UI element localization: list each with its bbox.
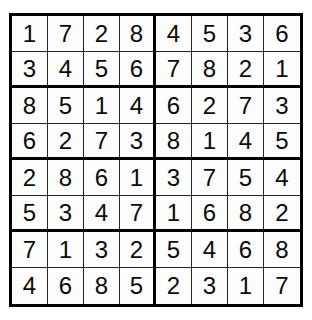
cell-r5c2[interactable]: 8 [48, 160, 84, 196]
cell-r1c4[interactable]: 8 [120, 16, 156, 52]
cell-r3c1[interactable]: 8 [12, 88, 48, 124]
cell-r2c2[interactable]: 4 [48, 52, 84, 88]
cell-r5c6[interactable]: 7 [192, 160, 228, 196]
cell-r4c5[interactable]: 8 [156, 124, 192, 160]
cell-r3c8[interactable]: 3 [264, 88, 300, 124]
cell-r4c3[interactable]: 7 [84, 124, 120, 160]
cell-r6c3[interactable]: 4 [84, 196, 120, 232]
cell-r6c5[interactable]: 1 [156, 196, 192, 232]
cell-r8c7[interactable]: 1 [228, 268, 264, 304]
cell-r8c8[interactable]: 7 [264, 268, 300, 304]
cell-r1c1[interactable]: 1 [12, 16, 48, 52]
cell-r3c5[interactable]: 6 [156, 88, 192, 124]
cell-r6c4[interactable]: 7 [120, 196, 156, 232]
cell-r2c3[interactable]: 5 [84, 52, 120, 88]
cell-r8c4[interactable]: 5 [120, 268, 156, 304]
cell-r1c6[interactable]: 5 [192, 16, 228, 52]
cell-r2c7[interactable]: 2 [228, 52, 264, 88]
cell-r3c7[interactable]: 7 [228, 88, 264, 124]
cell-r1c8[interactable]: 6 [264, 16, 300, 52]
cell-r4c7[interactable]: 4 [228, 124, 264, 160]
cell-r8c5[interactable]: 2 [156, 268, 192, 304]
cell-r7c8[interactable]: 8 [264, 232, 300, 268]
cell-r6c6[interactable]: 6 [192, 196, 228, 232]
cell-r4c6[interactable]: 1 [192, 124, 228, 160]
cell-r2c6[interactable]: 8 [192, 52, 228, 88]
cell-r3c3[interactable]: 1 [84, 88, 120, 124]
cell-r6c2[interactable]: 3 [48, 196, 84, 232]
cell-r7c2[interactable]: 1 [48, 232, 84, 268]
cell-r8c2[interactable]: 6 [48, 268, 84, 304]
page: 1728453634567821851462736273814528613754… [0, 0, 312, 320]
cell-r5c1[interactable]: 2 [12, 160, 48, 196]
cell-r3c4[interactable]: 4 [120, 88, 156, 124]
cell-r2c5[interactable]: 7 [156, 52, 192, 88]
cell-r1c3[interactable]: 2 [84, 16, 120, 52]
cell-r5c7[interactable]: 5 [228, 160, 264, 196]
cell-r8c3[interactable]: 8 [84, 268, 120, 304]
cell-r7c1[interactable]: 7 [12, 232, 48, 268]
cell-r6c1[interactable]: 5 [12, 196, 48, 232]
cell-r5c4[interactable]: 1 [120, 160, 156, 196]
cell-r2c8[interactable]: 1 [264, 52, 300, 88]
cell-r5c3[interactable]: 6 [84, 160, 120, 196]
cell-r7c6[interactable]: 4 [192, 232, 228, 268]
cell-r7c7[interactable]: 6 [228, 232, 264, 268]
cell-r2c1[interactable]: 3 [12, 52, 48, 88]
cell-r8c1[interactable]: 4 [12, 268, 48, 304]
cell-r1c2[interactable]: 7 [48, 16, 84, 52]
cell-r5c8[interactable]: 4 [264, 160, 300, 196]
cell-r1c5[interactable]: 4 [156, 16, 192, 52]
cell-r2c4[interactable]: 6 [120, 52, 156, 88]
cell-r6c8[interactable]: 2 [264, 196, 300, 232]
cell-r3c2[interactable]: 5 [48, 88, 84, 124]
sudoku-board: 1728453634567821851462736273814528613754… [9, 13, 303, 307]
cell-r7c5[interactable]: 5 [156, 232, 192, 268]
cell-r4c8[interactable]: 5 [264, 124, 300, 160]
cell-r1c7[interactable]: 3 [228, 16, 264, 52]
cell-r4c2[interactable]: 2 [48, 124, 84, 160]
cell-r3c6[interactable]: 2 [192, 88, 228, 124]
cell-r6c7[interactable]: 8 [228, 196, 264, 232]
cell-r7c4[interactable]: 2 [120, 232, 156, 268]
cell-r4c4[interactable]: 3 [120, 124, 156, 160]
cell-r5c5[interactable]: 3 [156, 160, 192, 196]
cell-r7c3[interactable]: 3 [84, 232, 120, 268]
cell-r4c1[interactable]: 6 [12, 124, 48, 160]
cell-r8c6[interactable]: 3 [192, 268, 228, 304]
